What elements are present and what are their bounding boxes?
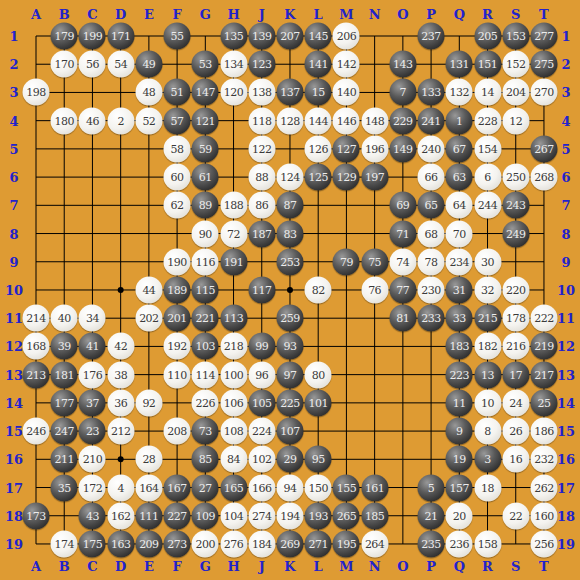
- black-stone-H1: 135: [220, 23, 247, 50]
- white-stone-E11: 202: [135, 305, 162, 332]
- column-label-top: J: [259, 8, 265, 21]
- column-label-top: B: [59, 8, 70, 21]
- black-stone-D1: 171: [107, 23, 134, 50]
- black-stone-Q10: 31: [446, 276, 473, 303]
- white-stone-E4: 52: [135, 107, 162, 134]
- column-label-top: A: [31, 8, 41, 21]
- white-stone-M1: 206: [333, 23, 360, 50]
- black-stone-O7: 69: [389, 192, 416, 219]
- white-stone-S2: 152: [502, 51, 529, 78]
- column-label-bottom: J: [259, 560, 265, 573]
- white-stone-H3: 120: [220, 79, 247, 106]
- white-stone-R12: 182: [474, 333, 501, 360]
- white-stone-J4: 118: [248, 107, 275, 134]
- column-label-bottom: D: [115, 560, 126, 573]
- black-stone-O11: 81: [389, 305, 416, 332]
- row-label-right: 14: [557, 396, 575, 409]
- black-stone-N6: 197: [361, 164, 388, 191]
- column-label-top: F: [172, 8, 181, 21]
- black-stone-J1: 139: [248, 23, 275, 50]
- row-label-right: 12: [557, 340, 575, 353]
- white-stone-S14: 24: [502, 389, 529, 416]
- white-stone-O9: 74: [389, 248, 416, 275]
- white-stone-J13: 96: [248, 361, 275, 388]
- row-label-right: 16: [557, 453, 575, 466]
- black-stone-R13: 13: [474, 361, 501, 388]
- white-stone-R10: 32: [474, 276, 501, 303]
- row-label-right: 1: [561, 30, 570, 43]
- black-stone-T13: 217: [530, 361, 557, 388]
- row-label-left: 16: [5, 453, 23, 466]
- white-stone-J15: 224: [248, 418, 275, 445]
- column-label-bottom: P: [426, 560, 436, 573]
- white-stone-T3: 270: [530, 79, 557, 106]
- white-stone-H14: 106: [220, 389, 247, 416]
- black-stone-T5: 267: [530, 135, 557, 162]
- white-stone-F13: 110: [164, 361, 191, 388]
- black-stone-G17: 27: [192, 474, 219, 501]
- black-stone-F19: 273: [164, 530, 191, 557]
- black-stone-K11: 259: [276, 305, 303, 332]
- white-stone-P6: 66: [418, 164, 445, 191]
- white-stone-L10: 82: [305, 276, 332, 303]
- row-label-left: 7: [9, 199, 18, 212]
- black-stone-Q2: 131: [446, 51, 473, 78]
- column-label-bottom: E: [144, 560, 154, 573]
- white-stone-D15: 212: [107, 418, 134, 445]
- column-label-bottom: N: [369, 560, 381, 573]
- white-stone-Q9: 234: [446, 248, 473, 275]
- black-stone-O3: 7: [389, 79, 416, 106]
- black-stone-G3: 147: [192, 79, 219, 106]
- column-label-top: H: [227, 8, 239, 21]
- black-stone-P18: 21: [418, 502, 445, 529]
- row-label-right: 13: [557, 368, 575, 381]
- star-point: [118, 287, 124, 293]
- white-stone-T16: 232: [530, 446, 557, 473]
- white-stone-A11: 214: [23, 305, 50, 332]
- black-stone-R1: 205: [474, 23, 501, 50]
- black-stone-Q6: 63: [446, 164, 473, 191]
- white-stone-G19: 200: [192, 530, 219, 557]
- white-stone-K17: 94: [276, 474, 303, 501]
- white-stone-S6: 250: [502, 164, 529, 191]
- row-label-left: 6: [9, 171, 18, 184]
- black-stone-F10: 189: [164, 276, 191, 303]
- row-label-right: 3: [561, 86, 570, 99]
- white-stone-P9: 78: [418, 248, 445, 275]
- white-stone-J7: 86: [248, 192, 275, 219]
- black-stone-Q15: 9: [446, 418, 473, 445]
- black-stone-F17: 167: [164, 474, 191, 501]
- black-stone-K12: 93: [276, 333, 303, 360]
- black-stone-G15: 73: [192, 418, 219, 445]
- row-label-left: 11: [5, 312, 23, 325]
- white-stone-J3: 138: [248, 79, 275, 106]
- column-label-top: M: [339, 8, 353, 21]
- white-stone-N19: 264: [361, 530, 388, 557]
- white-stone-E3: 48: [135, 79, 162, 106]
- black-stone-Q17: 157: [446, 474, 473, 501]
- white-stone-M4: 146: [333, 107, 360, 134]
- column-label-top: T: [539, 8, 549, 21]
- white-stone-L13: 80: [305, 361, 332, 388]
- white-stone-G8: 90: [192, 220, 219, 247]
- white-stone-T19: 256: [530, 530, 557, 557]
- black-stone-F18: 227: [164, 502, 191, 529]
- column-label-bottom: A: [31, 560, 41, 573]
- white-stone-E16: 28: [135, 446, 162, 473]
- black-stone-F3: 51: [164, 79, 191, 106]
- black-stone-L1: 145: [305, 23, 332, 50]
- white-stone-T18: 160: [530, 502, 557, 529]
- black-stone-L18: 193: [305, 502, 332, 529]
- white-stone-S12: 216: [502, 333, 529, 360]
- row-label-left: 19: [5, 537, 23, 550]
- black-stone-M9: 79: [333, 248, 360, 275]
- black-stone-J14: 105: [248, 389, 275, 416]
- white-stone-C4: 46: [79, 107, 106, 134]
- white-stone-F15: 208: [164, 418, 191, 445]
- row-label-left: 12: [5, 340, 23, 353]
- black-stone-S1: 153: [502, 23, 529, 50]
- white-stone-J17: 166: [248, 474, 275, 501]
- white-stone-G14: 226: [192, 389, 219, 416]
- black-stone-B12: 39: [51, 333, 78, 360]
- white-stone-H8: 72: [220, 220, 247, 247]
- white-stone-N10: 76: [361, 276, 388, 303]
- row-label-right: 9: [561, 255, 570, 268]
- white-stone-K18: 194: [276, 502, 303, 529]
- black-stone-F4: 57: [164, 107, 191, 134]
- black-stone-K7: 87: [276, 192, 303, 219]
- white-stone-T6: 268: [530, 164, 557, 191]
- white-stone-Q18: 20: [446, 502, 473, 529]
- row-label-left: 4: [9, 114, 18, 127]
- column-label-bottom: H: [227, 560, 239, 573]
- row-label-left: 17: [5, 481, 23, 494]
- star-point: [287, 287, 293, 293]
- black-stone-P4: 241: [418, 107, 445, 134]
- star-point: [118, 456, 124, 462]
- white-stone-H13: 100: [220, 361, 247, 388]
- white-stone-E17: 164: [135, 474, 162, 501]
- black-stone-M19: 195: [333, 530, 360, 557]
- white-stone-C2: 56: [79, 51, 106, 78]
- black-stone-K1: 207: [276, 23, 303, 50]
- white-stone-Q7: 64: [446, 192, 473, 219]
- black-stone-L6: 125: [305, 164, 332, 191]
- white-stone-Q3: 132: [446, 79, 473, 106]
- black-stone-N17: 161: [361, 474, 388, 501]
- black-stone-J10: 117: [248, 276, 275, 303]
- row-label-left: 1: [9, 30, 18, 43]
- black-stone-M18: 265: [333, 502, 360, 529]
- white-stone-C16: 210: [79, 446, 106, 473]
- white-stone-E14: 92: [135, 389, 162, 416]
- black-stone-N9: 75: [361, 248, 388, 275]
- black-stone-M6: 129: [333, 164, 360, 191]
- black-stone-G2: 53: [192, 51, 219, 78]
- white-stone-D18: 162: [107, 502, 134, 529]
- black-stone-M17: 155: [333, 474, 360, 501]
- black-stone-K13: 97: [276, 361, 303, 388]
- white-stone-H16: 84: [220, 446, 247, 473]
- black-stone-C19: 175: [79, 530, 106, 557]
- column-label-top: K: [284, 8, 295, 21]
- white-stone-S4: 12: [502, 107, 529, 134]
- black-stone-P3: 133: [418, 79, 445, 106]
- white-stone-A12: 168: [23, 333, 50, 360]
- row-label-left: 9: [9, 255, 18, 268]
- white-stone-D14: 36: [107, 389, 134, 416]
- white-stone-D12: 42: [107, 333, 134, 360]
- white-stone-K4: 128: [276, 107, 303, 134]
- black-stone-T1: 277: [530, 23, 557, 50]
- black-stone-K19: 269: [276, 530, 303, 557]
- white-stone-C11: 34: [79, 305, 106, 332]
- row-label-right: 2: [561, 58, 570, 71]
- white-stone-R14: 10: [474, 389, 501, 416]
- white-stone-S11: 178: [502, 305, 529, 332]
- column-label-bottom: K: [284, 560, 295, 573]
- white-stone-P5: 240: [418, 135, 445, 162]
- black-stone-O8: 71: [389, 220, 416, 247]
- black-stone-J12: 99: [248, 333, 275, 360]
- white-stone-J16: 102: [248, 446, 275, 473]
- black-stone-B13: 181: [51, 361, 78, 388]
- black-stone-Q14: 11: [446, 389, 473, 416]
- white-stone-S18: 22: [502, 502, 529, 529]
- black-stone-R11: 215: [474, 305, 501, 332]
- white-stone-T15: 186: [530, 418, 557, 445]
- white-stone-R19: 158: [474, 530, 501, 557]
- white-stone-F6: 60: [164, 164, 191, 191]
- white-stone-Q19: 236: [446, 530, 473, 557]
- white-stone-B4: 180: [51, 107, 78, 134]
- column-label-bottom: S: [511, 560, 520, 573]
- black-stone-K9: 253: [276, 248, 303, 275]
- white-stone-C17: 172: [79, 474, 106, 501]
- black-stone-Q12: 183: [446, 333, 473, 360]
- black-stone-B16: 211: [51, 446, 78, 473]
- white-stone-R3: 14: [474, 79, 501, 106]
- black-stone-L16: 95: [305, 446, 332, 473]
- white-stone-L17: 150: [305, 474, 332, 501]
- white-stone-N5: 196: [361, 135, 388, 162]
- row-label-right: 4: [561, 114, 570, 127]
- column-label-bottom: L: [314, 560, 323, 573]
- black-stone-O10: 77: [389, 276, 416, 303]
- black-stone-G4: 121: [192, 107, 219, 134]
- row-label-right: 7: [561, 199, 570, 212]
- white-stone-D17: 4: [107, 474, 134, 501]
- row-label-right: 15: [557, 425, 575, 438]
- black-stone-F11: 201: [164, 305, 191, 332]
- white-stone-B19: 174: [51, 530, 78, 557]
- white-stone-K6: 124: [276, 164, 303, 191]
- white-stone-G13: 114: [192, 361, 219, 388]
- black-stone-P7: 65: [418, 192, 445, 219]
- black-stone-G16: 85: [192, 446, 219, 473]
- black-stone-K14: 225: [276, 389, 303, 416]
- column-label-bottom: C: [87, 560, 97, 573]
- column-label-top: O: [397, 8, 408, 21]
- column-label-top: G: [200, 8, 211, 21]
- row-label-left: 10: [5, 283, 23, 296]
- white-stone-M2: 142: [333, 51, 360, 78]
- black-stone-T14: 25: [530, 389, 557, 416]
- white-stone-F7: 62: [164, 192, 191, 219]
- white-stone-T11: 222: [530, 305, 557, 332]
- black-stone-Q13: 223: [446, 361, 473, 388]
- white-stone-D4: 2: [107, 107, 134, 134]
- white-stone-H2: 134: [220, 51, 247, 78]
- white-stone-R6: 6: [474, 164, 501, 191]
- black-stone-G6: 61: [192, 164, 219, 191]
- white-stone-H12: 218: [220, 333, 247, 360]
- black-stone-C18: 43: [79, 502, 106, 529]
- black-stone-Q16: 19: [446, 446, 473, 473]
- black-stone-P19: 235: [418, 530, 445, 557]
- column-label-top: N: [369, 8, 381, 21]
- black-stone-B15: 247: [51, 418, 78, 445]
- black-stone-B17: 35: [51, 474, 78, 501]
- black-stone-R16: 3: [474, 446, 501, 473]
- black-stone-S8: 249: [502, 220, 529, 247]
- row-label-right: 8: [561, 227, 570, 240]
- black-stone-K3: 137: [276, 79, 303, 106]
- black-stone-O4: 229: [389, 107, 416, 134]
- black-stone-L2: 141: [305, 51, 332, 78]
- black-stone-K16: 29: [276, 446, 303, 473]
- black-stone-G10: 115: [192, 276, 219, 303]
- row-label-right: 18: [557, 509, 575, 522]
- row-label-left: 15: [5, 425, 23, 438]
- row-label-left: 8: [9, 227, 18, 240]
- white-stone-G9: 116: [192, 248, 219, 275]
- black-stone-O5: 149: [389, 135, 416, 162]
- row-label-left: 13: [5, 368, 23, 381]
- black-stone-H11: 113: [220, 305, 247, 332]
- white-stone-C13: 176: [79, 361, 106, 388]
- black-stone-K15: 107: [276, 418, 303, 445]
- white-stone-R5: 154: [474, 135, 501, 162]
- white-stone-Q8: 70: [446, 220, 473, 247]
- black-stone-E2: 49: [135, 51, 162, 78]
- white-stone-H15: 108: [220, 418, 247, 445]
- white-stone-R9: 30: [474, 248, 501, 275]
- black-stone-H17: 165: [220, 474, 247, 501]
- row-label-left: 2: [9, 58, 18, 71]
- black-stone-B14: 177: [51, 389, 78, 416]
- white-stone-B11: 40: [51, 305, 78, 332]
- row-label-left: 5: [9, 142, 18, 155]
- black-stone-C12: 41: [79, 333, 106, 360]
- black-stone-F1: 55: [164, 23, 191, 50]
- white-stone-S16: 16: [502, 446, 529, 473]
- white-stone-S15: 26: [502, 418, 529, 445]
- white-stone-L5: 126: [305, 135, 332, 162]
- white-stone-L4: 144: [305, 107, 332, 134]
- column-label-bottom: R: [482, 560, 493, 573]
- white-stone-S3: 204: [502, 79, 529, 106]
- white-stone-H18: 104: [220, 502, 247, 529]
- white-stone-R17: 18: [474, 474, 501, 501]
- black-stone-Q11: 33: [446, 305, 473, 332]
- white-stone-P8: 68: [418, 220, 445, 247]
- black-stone-C14: 37: [79, 389, 106, 416]
- black-stone-G5: 59: [192, 135, 219, 162]
- black-stone-J2: 123: [248, 51, 275, 78]
- black-stone-P11: 233: [418, 305, 445, 332]
- column-label-top: Q: [454, 8, 465, 21]
- column-label-top: R: [482, 8, 493, 21]
- row-label-right: 17: [557, 481, 575, 494]
- white-stone-R15: 8: [474, 418, 501, 445]
- row-label-left: 14: [5, 396, 23, 409]
- black-stone-L19: 271: [305, 530, 332, 557]
- column-label-top: C: [87, 8, 97, 21]
- white-stone-D2: 54: [107, 51, 134, 78]
- go-board: AABBCCDDEEFFGGHHJJKKLLMMNNOOPPQQRRSSTT11…: [0, 0, 580, 580]
- black-stone-G7: 89: [192, 192, 219, 219]
- black-stone-A13: 213: [23, 361, 50, 388]
- black-stone-O2: 143: [389, 51, 416, 78]
- white-stone-P10: 230: [418, 276, 445, 303]
- white-stone-H19: 276: [220, 530, 247, 557]
- column-label-bottom: Q: [454, 560, 465, 573]
- black-stone-R2: 151: [474, 51, 501, 78]
- black-stone-J8: 187: [248, 220, 275, 247]
- white-stone-F5: 58: [164, 135, 191, 162]
- white-stone-T17: 262: [530, 474, 557, 501]
- white-stone-D13: 38: [107, 361, 134, 388]
- black-stone-L3: 15: [305, 79, 332, 106]
- column-label-bottom: M: [339, 560, 353, 573]
- black-stone-S7: 243: [502, 192, 529, 219]
- black-stone-A18: 173: [23, 502, 50, 529]
- black-stone-Q4: 1: [446, 107, 473, 134]
- white-stone-J19: 184: [248, 530, 275, 557]
- black-stone-K8: 83: [276, 220, 303, 247]
- white-stone-B2: 170: [51, 51, 78, 78]
- row-label-left: 18: [5, 509, 23, 522]
- white-stone-N4: 148: [361, 107, 388, 134]
- black-stone-G11: 221: [192, 305, 219, 332]
- row-label-right: 10: [557, 283, 575, 296]
- row-label-right: 6: [561, 171, 570, 184]
- black-stone-E18: 111: [135, 502, 162, 529]
- column-label-top: L: [314, 8, 323, 21]
- column-label-bottom: G: [200, 560, 211, 573]
- white-stone-F9: 190: [164, 248, 191, 275]
- black-stone-D19: 163: [107, 530, 134, 557]
- black-stone-G12: 103: [192, 333, 219, 360]
- black-stone-Q5: 67: [446, 135, 473, 162]
- column-label-top: S: [511, 8, 520, 21]
- white-stone-H7: 188: [220, 192, 247, 219]
- row-label-right: 5: [561, 142, 570, 155]
- black-stone-T12: 219: [530, 333, 557, 360]
- white-stone-S10: 220: [502, 276, 529, 303]
- column-label-bottom: O: [397, 560, 408, 573]
- black-stone-E19: 209: [135, 530, 162, 557]
- white-stone-R4: 228: [474, 107, 501, 134]
- column-label-top: D: [115, 8, 126, 21]
- white-stone-R7: 244: [474, 192, 501, 219]
- black-stone-H9: 191: [220, 248, 247, 275]
